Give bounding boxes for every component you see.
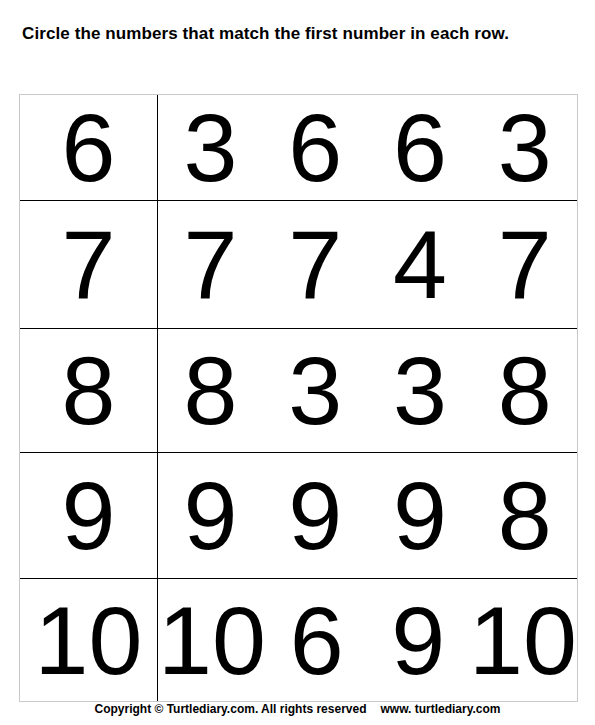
option-number[interactable]: 8 — [472, 329, 577, 452]
option-number[interactable]: 6 — [266, 579, 368, 701]
footer-url[interactable]: www. turtlediary.com — [380, 702, 500, 716]
footer-copyright: Copyright © Turtlediary.com. All rights … — [94, 702, 366, 716]
option-number-label: 10 — [158, 592, 266, 689]
target-number: 8 — [62, 342, 116, 439]
options-cell: 3 6 6 3 — [158, 95, 577, 200]
option-number-label: 8 — [183, 342, 237, 439]
option-number[interactable]: 4 — [368, 201, 473, 328]
worksheet-page: Circle the numbers that match the first … — [0, 0, 595, 725]
option-number-label: 3 — [183, 99, 237, 196]
option-number[interactable]: 10 — [158, 579, 266, 701]
option-number[interactable]: 9 — [368, 453, 473, 578]
target-number-cell: 7 — [20, 201, 158, 328]
option-number[interactable]: 3 — [158, 95, 263, 200]
options-cell: 10 6 9 10 — [158, 579, 577, 701]
option-number[interactable]: 3 — [368, 329, 473, 452]
option-number-label: 4 — [393, 216, 447, 313]
option-number[interactable]: 7 — [263, 201, 368, 328]
target-number: 6 — [62, 99, 116, 196]
option-number-label: 7 — [183, 216, 237, 313]
options-cell: 8 3 3 8 — [158, 329, 577, 452]
option-number[interactable]: 10 — [469, 579, 577, 701]
option-number-label: 7 — [288, 216, 342, 313]
target-number: 7 — [62, 216, 116, 313]
worksheet-table: 6 3 6 6 3 7 7 7 4 7 8 — [19, 94, 578, 702]
option-number-label: 7 — [498, 216, 552, 313]
option-number[interactable]: 9 — [158, 453, 263, 578]
target-number-cell: 8 — [20, 329, 158, 452]
option-number[interactable]: 9 — [368, 579, 470, 701]
option-number[interactable]: 6 — [368, 95, 473, 200]
option-number[interactable]: 6 — [263, 95, 368, 200]
option-number-label: 6 — [393, 99, 447, 196]
footer: Copyright © Turtlediary.com. All rights … — [0, 702, 595, 716]
page-title: Circle the numbers that match the first … — [22, 24, 509, 44]
options-cell: 7 7 4 7 — [158, 201, 577, 328]
option-number-label: 6 — [290, 592, 344, 689]
option-number-label: 9 — [391, 592, 445, 689]
option-number[interactable]: 7 — [158, 201, 263, 328]
option-number[interactable]: 3 — [472, 95, 577, 200]
option-number[interactable]: 7 — [472, 201, 577, 328]
target-number-cell: 6 — [20, 95, 158, 200]
option-number-label: 3 — [393, 342, 447, 439]
option-number-label: 3 — [498, 99, 552, 196]
option-number-label: 3 — [288, 342, 342, 439]
option-number-label: 9 — [183, 467, 237, 564]
worksheet-row-2: 7 7 7 4 7 — [20, 201, 577, 329]
option-number-label: 10 — [469, 592, 577, 689]
option-number-label: 9 — [393, 467, 447, 564]
worksheet-row-3: 8 8 3 3 8 — [20, 329, 577, 453]
worksheet-row-5: 10 10 6 9 10 — [20, 579, 577, 701]
option-number[interactable]: 8 — [158, 329, 263, 452]
target-number-cell: 10 — [20, 579, 158, 701]
option-number[interactable]: 8 — [472, 453, 577, 578]
target-number-cell: 9 — [20, 453, 158, 578]
option-number[interactable]: 9 — [263, 453, 368, 578]
worksheet-row-1: 6 3 6 6 3 — [20, 95, 577, 201]
target-number: 10 — [35, 592, 143, 689]
worksheet-row-4: 9 9 9 9 8 — [20, 453, 577, 579]
option-number-label: 8 — [498, 342, 552, 439]
target-number: 9 — [62, 467, 116, 564]
options-cell: 9 9 9 8 — [158, 453, 577, 578]
option-number-label: 9 — [288, 467, 342, 564]
option-number-label: 6 — [288, 99, 342, 196]
option-number[interactable]: 3 — [263, 329, 368, 452]
option-number-label: 8 — [498, 467, 552, 564]
